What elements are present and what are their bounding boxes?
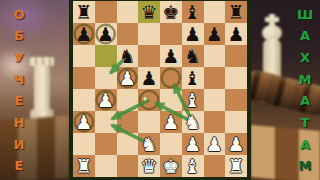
white-knight-f3[interactable]: ♞ [182,111,204,133]
title-letter: У [14,50,24,65]
white-queen-d1[interactable]: ♛ [138,155,160,177]
white-bishop-f1[interactable]: ♝ [182,155,204,177]
white-bishop-f4[interactable]: ♝ [182,89,204,111]
square-h6[interactable] [225,45,247,67]
square-g3[interactable] [204,111,226,133]
square-b1[interactable] [95,155,117,177]
black-bishop-f8[interactable]: ♝ [182,1,204,23]
square-h3[interactable] [225,111,247,133]
title-letter: Н [14,115,25,130]
square-d4[interactable] [138,89,160,111]
square-g1[interactable] [204,155,226,177]
black-rook-a8[interactable]: ♜ [73,1,95,23]
white-king-e1[interactable]: ♚ [160,155,182,177]
black-rook-h8[interactable]: ♜ [225,1,247,23]
title-letter: А [300,93,310,108]
square-b3[interactable] [95,111,117,133]
square-b8[interactable] [95,1,117,23]
square-b6[interactable] [95,45,117,67]
white-rook-photo [30,57,54,123]
title-obuchenie: ОБУЧЕНИЕ [8,0,30,180]
square-c1[interactable] [117,155,139,177]
black-pawn-b7[interactable]: ♟ [95,23,117,45]
black-pawn-f7[interactable]: ♟ [182,23,204,45]
square-h4[interactable] [225,89,247,111]
square-g5[interactable] [204,67,226,89]
square-a6[interactable] [73,45,95,67]
square-c7[interactable] [117,23,139,45]
black-king-e8[interactable]: ♚ [160,1,182,23]
black-pawn-g7[interactable]: ♟ [204,23,226,45]
square-d3[interactable] [138,111,160,133]
white-pawn-a3[interactable]: ♟ [73,111,95,133]
white-rook-h1[interactable]: ♜ [225,155,247,177]
square-c2[interactable] [117,133,139,155]
title-letter: М [299,158,312,173]
square-e7[interactable] [160,23,182,45]
black-knight-c6[interactable]: ♞ [117,45,139,67]
title-letter: О [13,7,24,22]
title-letter: Б [14,28,24,43]
white-pawn-g2[interactable]: ♟ [204,133,226,155]
white-knight-d2[interactable]: ♞ [138,133,160,155]
square-a2[interactable] [73,133,95,155]
square-a4[interactable] [73,89,95,111]
square-e4[interactable] [160,89,182,111]
title-letter: Ч [14,72,25,87]
square-b2[interactable] [95,133,117,155]
title-letter: А [300,28,310,43]
black-pawn-d5[interactable]: ♟ [138,67,160,89]
title-letter: Е [15,93,24,108]
white-pawn-c5[interactable]: ♟ [117,67,139,89]
square-c4[interactable] [117,89,139,111]
square-d6[interactable] [138,45,160,67]
white-pawn-f2[interactable]: ♟ [182,133,204,155]
title-letter: И [14,137,25,152]
square-b5[interactable] [95,67,117,89]
black-pawn-a7[interactable]: ♟ [73,23,95,45]
black-knight-f6[interactable]: ♞ [182,45,204,67]
square-e5[interactable] [160,67,182,89]
white-pawn-b4[interactable]: ♟ [95,89,117,111]
black-pawn-e6[interactable]: ♟ [160,45,182,67]
black-queen-d8[interactable]: ♛ [138,1,160,23]
square-c8[interactable] [117,1,139,23]
square-e2[interactable] [160,133,182,155]
title-letter: Т [301,115,310,130]
title-letter: М [299,72,312,87]
white-rook-a1[interactable]: ♜ [73,155,95,177]
square-d7[interactable] [138,23,160,45]
black-bishop-f5[interactable]: ♝ [182,67,204,89]
title-letter: Е [15,158,24,173]
square-a5[interactable] [73,67,95,89]
title-letter: Ш [297,7,313,22]
title-letter: Х [300,50,310,65]
title-shakhmatam: ШАХМАТАМ [293,0,317,180]
square-g8[interactable] [204,1,226,23]
white-pawn-h2[interactable]: ♟ [225,133,247,155]
title-letter: А [300,137,310,152]
square-g4[interactable] [204,89,226,111]
square-c3[interactable] [117,111,139,133]
thumbnail-canvas: ОБУЧЕНИЕ ШАХМАТАМ ♜♛♚♝♜♟♟♟♟♟♞♟♞♟♟♝♟♝♟♟♞♞… [0,0,320,180]
white-pawn-e3[interactable]: ♟ [160,111,182,133]
square-h5[interactable] [225,67,247,89]
black-pawn-h7[interactable]: ♟ [225,23,247,45]
square-g6[interactable] [204,45,226,67]
